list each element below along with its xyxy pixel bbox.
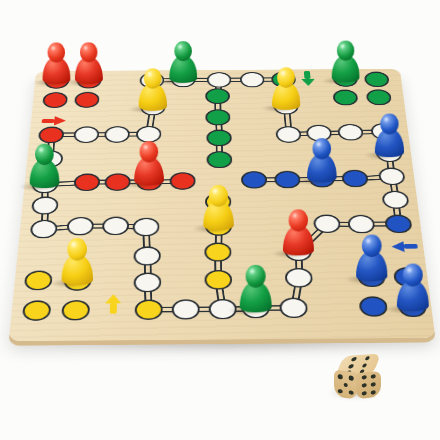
- die-face-front-left-pip: [338, 374, 343, 379]
- cell-t34-track[interactable]: [30, 220, 58, 239]
- pawn-red-0[interactable]: [42, 42, 70, 84]
- cell-gg1-goal-green[interactable]: [205, 88, 230, 104]
- pawn-head: [337, 41, 354, 61]
- die-face-front-right-pip: [371, 374, 376, 379]
- cell-t35-track[interactable]: [31, 196, 59, 214]
- pawn-head: [144, 68, 161, 88]
- cell-gg4-goal-green[interactable]: [207, 151, 233, 168]
- cell-gh4-home-green[interactable]: [366, 89, 393, 105]
- cell-rg1-goal-red[interactable]: [73, 173, 100, 191]
- cell-yg4-goal-yellow[interactable]: [205, 270, 233, 290]
- pawn-head: [80, 42, 97, 62]
- pawn-yellow-10[interactable]: [203, 185, 234, 231]
- pawn-yellow-8[interactable]: [138, 68, 167, 111]
- pawn-head: [68, 238, 87, 260]
- cell-t29-track[interactable]: [133, 273, 161, 293]
- die-face-front-left: [334, 370, 357, 400]
- pawn-blue-12[interactable]: [375, 113, 404, 157]
- yellow-start-arrow-head: [105, 294, 121, 303]
- die-face-top-pip: [362, 363, 368, 368]
- pawn-head: [362, 235, 381, 257]
- cell-t28-start-yellow[interactable]: [134, 299, 163, 320]
- pawn-green-5[interactable]: [332, 41, 360, 83]
- red-start-arrow-body: [42, 119, 55, 123]
- die-face-front-left-pip: [349, 390, 354, 395]
- cell-gh3-home-green[interactable]: [332, 90, 358, 106]
- pawn-red-1[interactable]: [75, 42, 103, 84]
- yellow-start-arrow-body: [109, 303, 116, 313]
- cell-t14-track[interactable]: [337, 124, 364, 141]
- cell-t8-track[interactable]: [207, 72, 232, 88]
- pawn-red-3[interactable]: [283, 209, 314, 255]
- cell-t30-track[interactable]: [133, 246, 161, 265]
- pawn-head: [35, 144, 53, 165]
- die-face-front-right-pip: [371, 390, 376, 395]
- die-face-front-right-pip: [362, 383, 367, 388]
- cell-rg4-goal-red[interactable]: [170, 172, 196, 190]
- pawn-yellow-9[interactable]: [272, 67, 301, 110]
- cell-t23-track[interactable]: [285, 268, 314, 288]
- cell-gg3-goal-green[interactable]: [206, 130, 232, 147]
- die-face-top-pip: [348, 364, 354, 369]
- cell-bh3-home-blue[interactable]: [358, 296, 388, 317]
- red-start-arrow: [40, 116, 66, 126]
- cell-t31-track[interactable]: [132, 218, 159, 237]
- die-face-front-right-pip: [362, 375, 367, 380]
- red-start-arrow-head: [54, 116, 66, 125]
- die-face-top-pip: [351, 357, 357, 362]
- cell-gg2-goal-green[interactable]: [205, 109, 230, 125]
- cell-t20-track[interactable]: [347, 215, 375, 234]
- die-face-front-left-pip: [338, 388, 343, 393]
- cell-t21-track[interactable]: [313, 214, 341, 233]
- cell-rh3-home-red[interactable]: [42, 92, 68, 108]
- pawn-green-6[interactable]: [29, 144, 59, 189]
- cell-yh4-home-yellow[interactable]: [61, 300, 90, 321]
- cell-t27-track[interactable]: [172, 299, 200, 320]
- cell-t12-track[interactable]: [275, 126, 301, 143]
- die-face-front-left-pip: [349, 376, 354, 381]
- cell-t33-track[interactable]: [66, 217, 94, 236]
- yellow-start-arrow: [105, 294, 122, 314]
- cell-t3-track[interactable]: [104, 126, 130, 143]
- cell-bg1-goal-blue[interactable]: [341, 170, 369, 188]
- pawn-head: [140, 141, 158, 162]
- green-start-arrow-body: [304, 71, 311, 79]
- pawn-head: [246, 265, 265, 288]
- cell-rh4-home-red[interactable]: [74, 92, 100, 108]
- ludo-board: [9, 69, 436, 341]
- blue-start-arrow-body: [404, 244, 418, 249]
- pawn-blue-13[interactable]: [307, 138, 337, 183]
- cell-yh1-home-yellow[interactable]: [24, 271, 53, 291]
- pawn-head: [313, 138, 331, 159]
- die-face-front-right-pip: [371, 382, 376, 387]
- pawn-blue-14[interactable]: [356, 234, 388, 281]
- pawn-green-4[interactable]: [169, 41, 197, 83]
- blue-start-arrow: [391, 241, 419, 252]
- pawn-yellow-11[interactable]: [61, 238, 93, 285]
- die-face-front-right: [356, 371, 381, 400]
- cell-t24-track[interactable]: [279, 298, 308, 319]
- pawn-green-7[interactable]: [240, 265, 272, 313]
- cell-gh2-home-green[interactable]: [364, 72, 390, 88]
- pawn-red-2[interactable]: [134, 141, 164, 186]
- cell-yh3-home-yellow[interactable]: [22, 300, 52, 321]
- cell-t9-track[interactable]: [240, 72, 265, 88]
- pawn-head: [381, 113, 399, 134]
- pawn-head: [209, 185, 227, 207]
- wooden-die[interactable]: [333, 352, 383, 400]
- pawn-head: [277, 67, 294, 87]
- cell-t2-track[interactable]: [73, 126, 99, 143]
- die-face-top-pip: [364, 356, 370, 361]
- cell-rg2-goal-red[interactable]: [104, 173, 131, 191]
- die-face-front-right-pip: [362, 391, 367, 396]
- ludo-scene: [0, 0, 440, 440]
- pawn-head: [289, 209, 308, 231]
- blue-start-arrow-head: [391, 241, 405, 252]
- pawn-head: [175, 41, 192, 61]
- pawn-head: [403, 264, 422, 287]
- cell-bg3-goal-blue[interactable]: [274, 171, 301, 189]
- green-start-arrow: [300, 70, 315, 86]
- cell-t32-track[interactable]: [102, 217, 130, 236]
- pawn-head: [48, 42, 65, 62]
- green-start-arrow-head: [301, 79, 315, 86]
- die-face-front-left-pip: [343, 382, 348, 387]
- cell-t17-track[interactable]: [378, 168, 406, 186]
- pawn-blue-15[interactable]: [397, 264, 429, 312]
